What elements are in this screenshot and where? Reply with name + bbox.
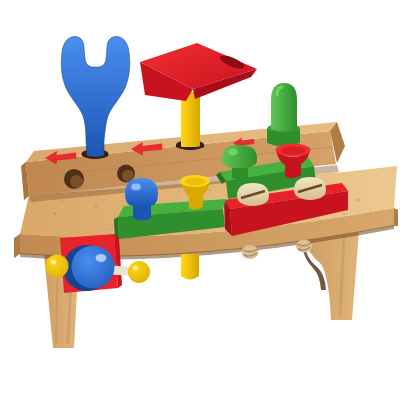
green-peg bbox=[267, 83, 300, 147]
vise-ball-right-glint bbox=[133, 266, 138, 271]
tabletop-right-end bbox=[394, 208, 398, 226]
vise-ball-left bbox=[46, 255, 69, 278]
handle-tip-shade bbox=[195, 254, 199, 278]
tabletop-left-end bbox=[14, 234, 20, 258]
green-bolt-highlight bbox=[228, 149, 238, 156]
blue-bolt-cap bbox=[125, 178, 158, 206]
vise-wheel-highlight bbox=[96, 254, 107, 262]
hammer-handle-tip bbox=[181, 254, 199, 280]
vise-ball-left-glint bbox=[51, 259, 56, 264]
red-funnel-bolt-top-inner bbox=[281, 146, 306, 155]
peg-body bbox=[271, 83, 297, 132]
green-bolt-neck bbox=[232, 166, 248, 180]
rail-hole-left-inner bbox=[70, 175, 83, 188]
rail-hole-right-inner bbox=[122, 170, 134, 182]
blue-bolt-neck bbox=[133, 205, 151, 221]
vise-wheel bbox=[72, 246, 115, 289]
blue-bolt-highlight bbox=[131, 184, 141, 191]
green-bolt-cap bbox=[222, 145, 257, 168]
vise-ball-right bbox=[128, 261, 150, 283]
hammer-handle-shade bbox=[196, 92, 200, 147]
yellow-funnel-bolt-top-inner bbox=[185, 178, 206, 186]
toy-workbench-photo bbox=[0, 0, 400, 400]
workbench-scene bbox=[0, 0, 400, 400]
